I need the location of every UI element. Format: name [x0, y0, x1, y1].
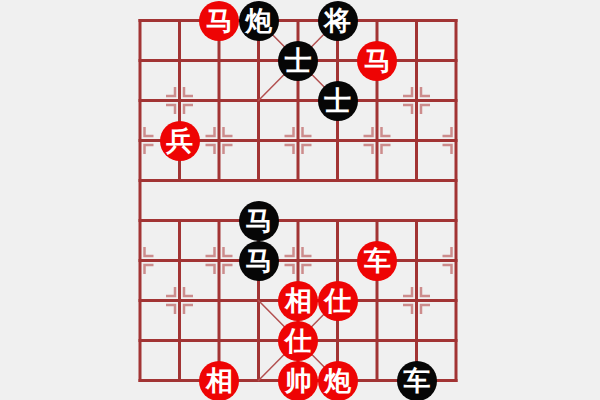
- red-cannon[interactable]: 炮: [318, 361, 358, 400]
- red-horse[interactable]: 马: [357, 41, 397, 81]
- black-cannon[interactable]: 炮: [239, 1, 279, 41]
- black-chariot[interactable]: 车: [397, 361, 437, 400]
- xiangqi-app: 马炮将士马士兵马马车相仕仕相帅炮车: [0, 0, 600, 400]
- black-advisor[interactable]: 士: [278, 41, 318, 81]
- red-soldier[interactable]: 兵: [160, 121, 200, 161]
- red-horse[interactable]: 马: [199, 1, 239, 41]
- black-advisor[interactable]: 士: [318, 81, 358, 121]
- board-grid[interactable]: 马炮将士马士兵马马车相仕仕相帅炮车: [120, 1, 476, 400]
- red-elephant[interactable]: 相: [278, 281, 318, 321]
- black-general[interactable]: 将: [318, 1, 358, 41]
- red-advisor[interactable]: 仕: [278, 321, 318, 361]
- red-elephant[interactable]: 相: [199, 361, 239, 400]
- black-horse[interactable]: 马: [239, 241, 279, 281]
- black-horse[interactable]: 马: [239, 201, 279, 241]
- red-general[interactable]: 帅: [278, 361, 318, 400]
- red-chariot[interactable]: 车: [357, 241, 397, 281]
- red-advisor[interactable]: 仕: [318, 281, 358, 321]
